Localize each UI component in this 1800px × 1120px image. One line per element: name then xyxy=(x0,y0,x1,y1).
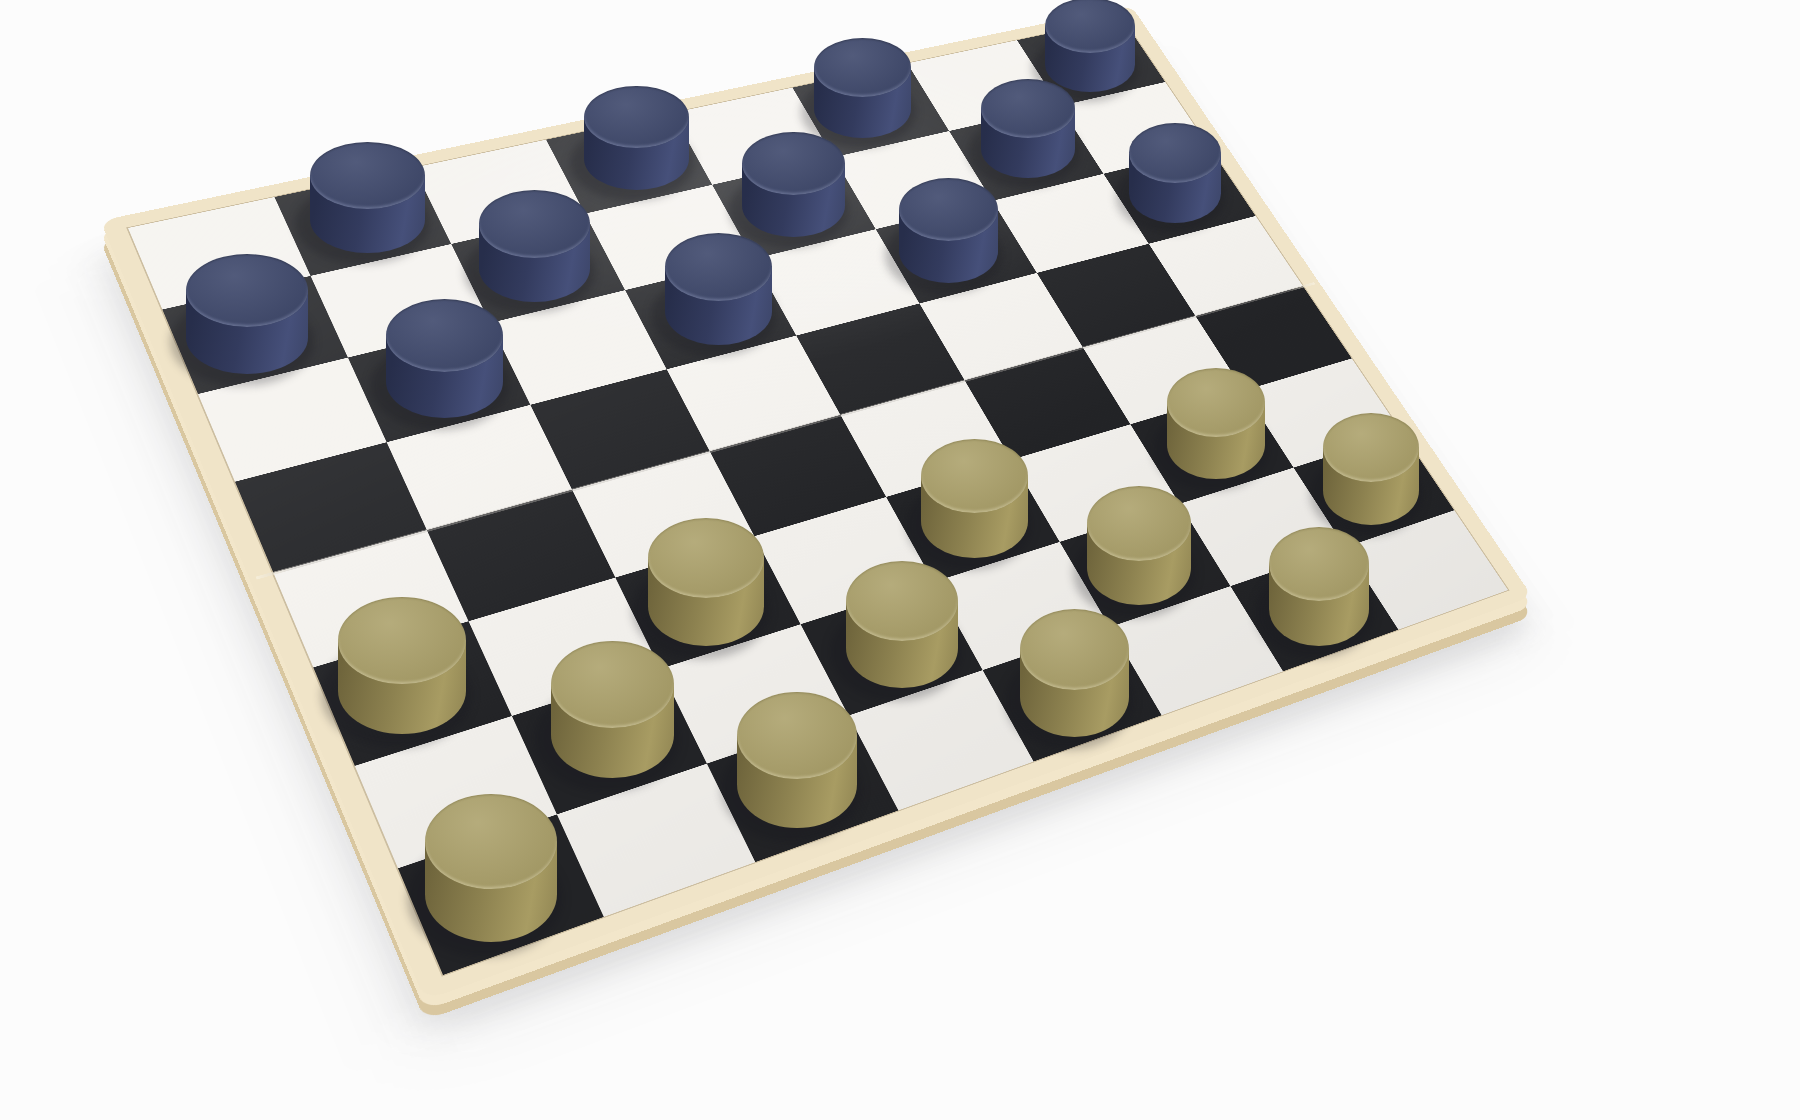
piece-gold-g1[interactable] xyxy=(1269,527,1369,646)
piece-navy-b6[interactable] xyxy=(386,299,503,418)
piece-navy-e7[interactable] xyxy=(742,132,844,237)
piece-gold-b2[interactable] xyxy=(551,641,674,777)
piece-gold-e1[interactable] xyxy=(1020,609,1129,736)
piece-gold-c3[interactable] xyxy=(648,518,765,646)
piece-navy-b8[interactable] xyxy=(310,142,425,254)
piece-navy-f6[interactable] xyxy=(899,178,998,283)
piece-navy-d6[interactable] xyxy=(665,233,772,345)
piece-gold-a1[interactable] xyxy=(425,794,557,942)
piece-gold-f2[interactable] xyxy=(1087,486,1191,605)
pieces-layer xyxy=(0,0,1800,1120)
piece-gold-h2[interactable] xyxy=(1323,413,1419,525)
piece-navy-f8[interactable] xyxy=(814,38,911,137)
piece-navy-d8[interactable] xyxy=(584,86,689,191)
piece-gold-a3[interactable] xyxy=(338,597,466,734)
piece-gold-e3[interactable] xyxy=(921,439,1028,558)
piece-navy-c7[interactable] xyxy=(479,190,590,302)
piece-navy-a7[interactable] xyxy=(186,254,308,373)
scene xyxy=(0,0,1800,1120)
piece-gold-d2[interactable] xyxy=(846,561,958,688)
piece-gold-g3[interactable] xyxy=(1167,368,1265,480)
piece-navy-g7[interactable] xyxy=(981,79,1075,178)
piece-gold-c1[interactable] xyxy=(737,692,856,829)
piece-navy-h6[interactable] xyxy=(1129,123,1221,222)
